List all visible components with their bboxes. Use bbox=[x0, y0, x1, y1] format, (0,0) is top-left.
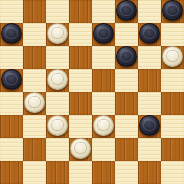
square-e2 bbox=[92, 138, 115, 161]
square-e4 bbox=[92, 92, 115, 115]
black-man-a5[interactable] bbox=[1, 69, 22, 90]
black-man-f8[interactable] bbox=[116, 0, 137, 21]
square-g3[interactable] bbox=[138, 115, 161, 138]
piece-inner-ring bbox=[52, 120, 63, 131]
white-man-h6[interactable] bbox=[162, 46, 183, 67]
square-a8 bbox=[0, 0, 23, 23]
square-h5 bbox=[161, 69, 184, 92]
square-a2 bbox=[0, 138, 23, 161]
white-man-c3[interactable] bbox=[47, 115, 68, 136]
piece-inner-ring bbox=[121, 51, 132, 62]
square-c4 bbox=[46, 92, 69, 115]
square-h8[interactable] bbox=[161, 0, 184, 23]
square-f6[interactable] bbox=[115, 46, 138, 69]
square-g4 bbox=[138, 92, 161, 115]
square-g8 bbox=[138, 0, 161, 23]
square-e6 bbox=[92, 46, 115, 69]
square-g5[interactable] bbox=[138, 69, 161, 92]
square-a3[interactable] bbox=[0, 115, 23, 138]
black-man-a7[interactable] bbox=[1, 23, 22, 44]
square-h4[interactable] bbox=[161, 92, 184, 115]
piece-inner-ring bbox=[144, 120, 155, 131]
square-g1[interactable] bbox=[138, 161, 161, 184]
square-a1[interactable] bbox=[0, 161, 23, 184]
square-f1 bbox=[115, 161, 138, 184]
square-e8 bbox=[92, 0, 115, 23]
white-man-e3[interactable] bbox=[93, 115, 114, 136]
square-d1 bbox=[69, 161, 92, 184]
square-e3[interactable] bbox=[92, 115, 115, 138]
piece-inner-ring bbox=[6, 28, 17, 39]
square-b5 bbox=[23, 69, 46, 92]
white-man-c7[interactable] bbox=[47, 23, 68, 44]
board bbox=[0, 0, 184, 184]
square-c3[interactable] bbox=[46, 115, 69, 138]
square-f3 bbox=[115, 115, 138, 138]
square-a6 bbox=[0, 46, 23, 69]
piece-inner-ring bbox=[167, 5, 178, 16]
piece-inner-ring bbox=[52, 28, 63, 39]
square-a4 bbox=[0, 92, 23, 115]
square-e1[interactable] bbox=[92, 161, 115, 184]
square-e7[interactable] bbox=[92, 23, 115, 46]
piece-inner-ring bbox=[6, 74, 17, 85]
square-e5[interactable] bbox=[92, 69, 115, 92]
piece-inner-ring bbox=[144, 28, 155, 39]
square-c5[interactable] bbox=[46, 69, 69, 92]
square-d7 bbox=[69, 23, 92, 46]
square-f4[interactable] bbox=[115, 92, 138, 115]
piece-inner-ring bbox=[121, 5, 132, 16]
square-b8[interactable] bbox=[23, 0, 46, 23]
square-d2[interactable] bbox=[69, 138, 92, 161]
square-d3 bbox=[69, 115, 92, 138]
square-d8[interactable] bbox=[69, 0, 92, 23]
white-man-d2[interactable] bbox=[70, 138, 91, 159]
square-g2 bbox=[138, 138, 161, 161]
square-h6[interactable] bbox=[161, 46, 184, 69]
white-man-b4[interactable] bbox=[24, 92, 45, 113]
square-h3 bbox=[161, 115, 184, 138]
piece-inner-ring bbox=[98, 28, 109, 39]
square-c1[interactable] bbox=[46, 161, 69, 184]
black-man-h8[interactable] bbox=[162, 0, 183, 21]
piece-inner-ring bbox=[75, 143, 86, 154]
square-b6[interactable] bbox=[23, 46, 46, 69]
square-h7 bbox=[161, 23, 184, 46]
square-f8[interactable] bbox=[115, 0, 138, 23]
square-b7 bbox=[23, 23, 46, 46]
piece-inner-ring bbox=[52, 74, 63, 85]
square-c7[interactable] bbox=[46, 23, 69, 46]
black-man-e7[interactable] bbox=[93, 23, 114, 44]
square-d6[interactable] bbox=[69, 46, 92, 69]
black-man-g7[interactable] bbox=[139, 23, 160, 44]
square-f2[interactable] bbox=[115, 138, 138, 161]
square-g6 bbox=[138, 46, 161, 69]
square-f7 bbox=[115, 23, 138, 46]
black-man-g3[interactable] bbox=[139, 115, 160, 136]
square-a5[interactable] bbox=[0, 69, 23, 92]
square-b1 bbox=[23, 161, 46, 184]
piece-inner-ring bbox=[167, 51, 178, 62]
square-b4[interactable] bbox=[23, 92, 46, 115]
square-c8 bbox=[46, 0, 69, 23]
piece-inner-ring bbox=[29, 97, 40, 108]
square-h1 bbox=[161, 161, 184, 184]
square-b3 bbox=[23, 115, 46, 138]
square-c2 bbox=[46, 138, 69, 161]
square-f5 bbox=[115, 69, 138, 92]
piece-inner-ring bbox=[98, 120, 109, 131]
square-b2[interactable] bbox=[23, 138, 46, 161]
square-h2[interactable] bbox=[161, 138, 184, 161]
black-man-f6[interactable] bbox=[116, 46, 137, 67]
square-a7[interactable] bbox=[0, 23, 23, 46]
square-g7[interactable] bbox=[138, 23, 161, 46]
square-d5 bbox=[69, 69, 92, 92]
square-d4[interactable] bbox=[69, 92, 92, 115]
white-man-c5[interactable] bbox=[47, 69, 68, 90]
square-c6 bbox=[46, 46, 69, 69]
